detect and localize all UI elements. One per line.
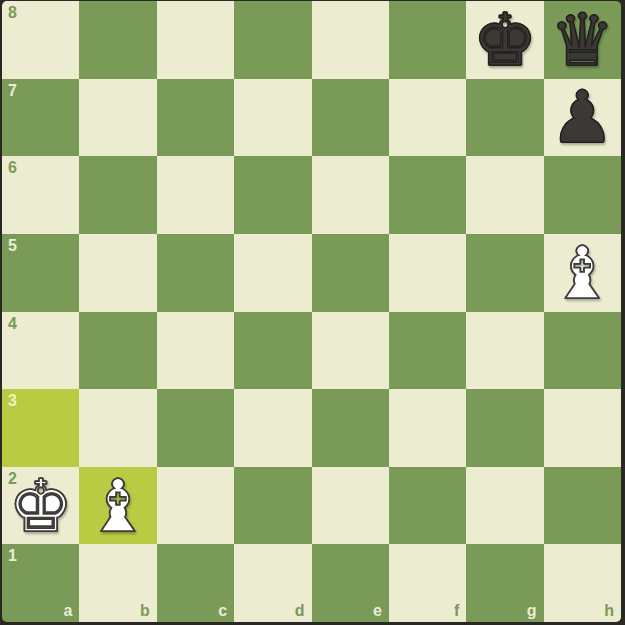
square-e2[interactable] — [312, 467, 389, 545]
chess-board[interactable]: 8♚♛7♟65♝432♚♝1abcdefgh — [2, 1, 621, 622]
square-g2[interactable] — [466, 467, 543, 545]
square-d2[interactable] — [234, 467, 311, 545]
square-b8[interactable] — [79, 1, 156, 79]
square-a4[interactable]: 4 — [2, 312, 79, 390]
rank-label-3: 3 — [8, 393, 17, 409]
square-g8[interactable]: ♚ — [466, 1, 543, 79]
square-a5[interactable]: 5 — [2, 234, 79, 312]
square-e5[interactable] — [312, 234, 389, 312]
square-b7[interactable] — [79, 79, 156, 157]
rank-label-1: 1 — [8, 548, 17, 564]
square-c2[interactable] — [157, 467, 234, 545]
file-label-b: b — [140, 603, 150, 619]
square-d6[interactable] — [234, 156, 311, 234]
square-h3[interactable] — [544, 389, 621, 467]
square-c5[interactable] — [157, 234, 234, 312]
square-f6[interactable] — [389, 156, 466, 234]
square-f8[interactable] — [389, 1, 466, 79]
square-c1[interactable]: c — [157, 544, 234, 622]
square-a7[interactable]: 7 — [2, 79, 79, 157]
black-queen[interactable]: ♛ — [550, 4, 615, 76]
file-label-f: f — [454, 603, 459, 619]
square-e7[interactable] — [312, 79, 389, 157]
square-d3[interactable] — [234, 389, 311, 467]
white-bishop[interactable]: ♝ — [86, 470, 151, 542]
square-d8[interactable] — [234, 1, 311, 79]
square-g3[interactable] — [466, 389, 543, 467]
file-label-d: d — [295, 603, 305, 619]
square-f1[interactable]: f — [389, 544, 466, 622]
square-e8[interactable] — [312, 1, 389, 79]
rank-label-7: 7 — [8, 83, 17, 99]
rank-label-6: 6 — [8, 160, 17, 176]
file-label-e: e — [373, 603, 382, 619]
square-h2[interactable] — [544, 467, 621, 545]
file-label-h: h — [604, 603, 614, 619]
square-c7[interactable] — [157, 79, 234, 157]
square-g5[interactable] — [466, 234, 543, 312]
square-f2[interactable] — [389, 467, 466, 545]
square-a2[interactable]: 2♚ — [2, 467, 79, 545]
square-f3[interactable] — [389, 389, 466, 467]
square-a3[interactable]: 3 — [2, 389, 79, 467]
square-a8[interactable]: 8 — [2, 1, 79, 79]
black-king[interactable]: ♚ — [473, 4, 538, 76]
square-g4[interactable] — [466, 312, 543, 390]
square-b4[interactable] — [79, 312, 156, 390]
rank-label-5: 5 — [8, 238, 17, 254]
square-b1[interactable]: b — [79, 544, 156, 622]
square-h6[interactable] — [544, 156, 621, 234]
square-c8[interactable] — [157, 1, 234, 79]
square-e4[interactable] — [312, 312, 389, 390]
square-c4[interactable] — [157, 312, 234, 390]
black-pawn[interactable]: ♟ — [550, 81, 615, 153]
white-bishop[interactable]: ♝ — [550, 237, 615, 309]
square-d5[interactable] — [234, 234, 311, 312]
rank-label-4: 4 — [8, 316, 17, 332]
square-g7[interactable] — [466, 79, 543, 157]
square-f4[interactable] — [389, 312, 466, 390]
file-label-c: c — [218, 603, 227, 619]
square-c3[interactable] — [157, 389, 234, 467]
rank-label-8: 8 — [8, 5, 17, 21]
square-b5[interactable] — [79, 234, 156, 312]
white-king[interactable]: ♚ — [8, 470, 73, 542]
square-b2[interactable]: ♝ — [79, 467, 156, 545]
square-h8[interactable]: ♛ — [544, 1, 621, 79]
square-d7[interactable] — [234, 79, 311, 157]
square-d1[interactable]: d — [234, 544, 311, 622]
square-b3[interactable] — [79, 389, 156, 467]
square-g1[interactable]: g — [466, 544, 543, 622]
square-f5[interactable] — [389, 234, 466, 312]
square-h5[interactable]: ♝ — [544, 234, 621, 312]
square-h7[interactable]: ♟ — [544, 79, 621, 157]
square-a6[interactable]: 6 — [2, 156, 79, 234]
file-label-g: g — [527, 603, 537, 619]
square-e1[interactable]: e — [312, 544, 389, 622]
square-e6[interactable] — [312, 156, 389, 234]
square-g6[interactable] — [466, 156, 543, 234]
square-h4[interactable] — [544, 312, 621, 390]
square-a1[interactable]: 1a — [2, 544, 79, 622]
square-f7[interactable] — [389, 79, 466, 157]
square-e3[interactable] — [312, 389, 389, 467]
square-b6[interactable] — [79, 156, 156, 234]
square-d4[interactable] — [234, 312, 311, 390]
file-label-a: a — [63, 603, 72, 619]
square-h1[interactable]: h — [544, 544, 621, 622]
square-c6[interactable] — [157, 156, 234, 234]
page-background: 8♚♛7♟65♝432♚♝1abcdefgh — [0, 0, 625, 625]
